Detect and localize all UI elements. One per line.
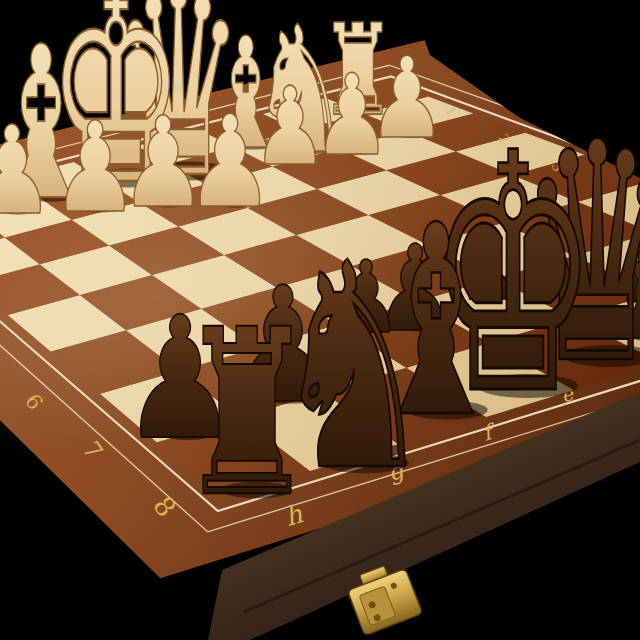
black-rook-h8: ♜: [177, 280, 317, 547]
board-scene: hgfe678123♜♟♝♞♟♟♛♚♝♟♟♟♟♟♟♟♟♝♛♚♟♝♟♞♜: [0, 0, 640, 640]
white-pawn-f2: ♟: [51, 95, 138, 240]
chess-set-photo: hgfe678123♜♟♝♞♟♟♛♚♝♟♟♟♟♟♟♟♟♝♛♚♟♝♟♞♜: [0, 0, 640, 640]
white-pawn-g2: ♟: [0, 99, 55, 242]
